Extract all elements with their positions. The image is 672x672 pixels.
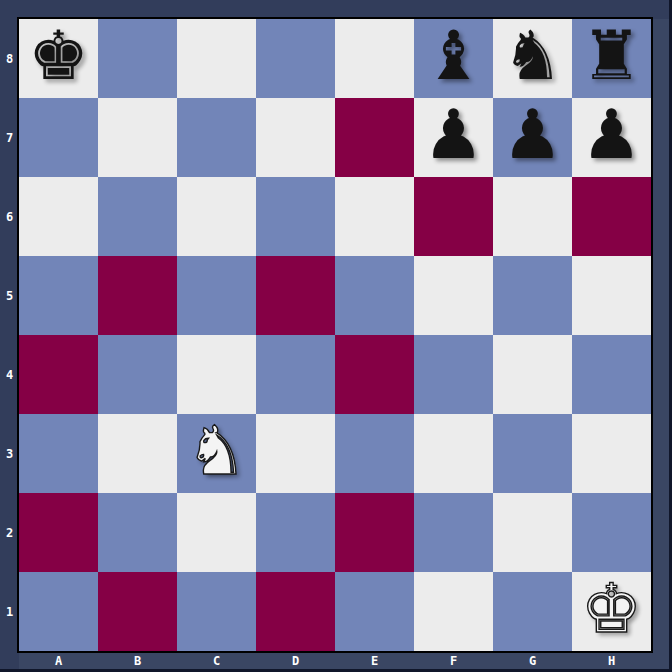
square-f4[interactable]: [414, 335, 493, 414]
square-g8[interactable]: ♞: [493, 19, 572, 98]
square-f8[interactable]: ♝: [414, 19, 493, 98]
square-d4[interactable]: [256, 335, 335, 414]
square-d7[interactable]: [256, 98, 335, 177]
square-h3[interactable]: [572, 414, 651, 493]
square-a3[interactable]: [19, 414, 98, 493]
square-f1[interactable]: [414, 572, 493, 651]
square-e1[interactable]: [335, 572, 414, 651]
chess-board: ♚♝♞♜♟♟♟♞♚: [19, 19, 651, 651]
square-g5[interactable]: [493, 256, 572, 335]
square-h2[interactable]: [572, 493, 651, 572]
square-f5[interactable]: [414, 256, 493, 335]
square-b5[interactable]: [98, 256, 177, 335]
square-c8[interactable]: [177, 19, 256, 98]
file-label-e: E: [335, 652, 414, 669]
square-b4[interactable]: [98, 335, 177, 414]
square-h6[interactable]: [572, 177, 651, 256]
square-c4[interactable]: [177, 335, 256, 414]
rank-label-2: 2: [0, 493, 19, 572]
square-e3[interactable]: [335, 414, 414, 493]
square-e4[interactable]: [335, 335, 414, 414]
square-f6[interactable]: [414, 177, 493, 256]
file-label-h: H: [572, 652, 651, 669]
rank-label-7: 7: [0, 98, 19, 177]
rank-label-8: 8: [0, 19, 19, 98]
square-e7[interactable]: [335, 98, 414, 177]
piece-black-king[interactable]: ♚: [28, 22, 89, 90]
piece-white-king[interactable]: ♚: [581, 575, 642, 643]
square-c1[interactable]: [177, 572, 256, 651]
piece-black-knight[interactable]: ♞: [502, 22, 563, 90]
square-c7[interactable]: [177, 98, 256, 177]
square-a6[interactable]: [19, 177, 98, 256]
square-c6[interactable]: [177, 177, 256, 256]
square-a2[interactable]: [19, 493, 98, 572]
square-a7[interactable]: [19, 98, 98, 177]
square-g7[interactable]: ♟: [493, 98, 572, 177]
square-b3[interactable]: [98, 414, 177, 493]
rank-label-1: 1: [0, 572, 19, 651]
square-d5[interactable]: [256, 256, 335, 335]
piece-black-bishop[interactable]: ♝: [423, 22, 484, 90]
square-c3[interactable]: ♞: [177, 414, 256, 493]
piece-black-pawn[interactable]: ♟: [423, 101, 484, 169]
square-e6[interactable]: [335, 177, 414, 256]
rank-label-4: 4: [0, 335, 19, 414]
square-d6[interactable]: [256, 177, 335, 256]
chess-board-frame: ♚♝♞♜♟♟♟♞♚ 87654321ABCDEFGH: [0, 0, 672, 672]
square-a8[interactable]: ♚: [19, 19, 98, 98]
square-b6[interactable]: [98, 177, 177, 256]
frame-gutter-top: [0, 0, 672, 19]
square-f2[interactable]: [414, 493, 493, 572]
square-a5[interactable]: [19, 256, 98, 335]
square-e8[interactable]: [335, 19, 414, 98]
rank-label-6: 6: [0, 177, 19, 256]
square-h7[interactable]: ♟: [572, 98, 651, 177]
square-b7[interactable]: [98, 98, 177, 177]
file-label-c: C: [177, 652, 256, 669]
square-b8[interactable]: [98, 19, 177, 98]
square-a1[interactable]: [19, 572, 98, 651]
square-h5[interactable]: [572, 256, 651, 335]
file-label-b: B: [98, 652, 177, 669]
square-d1[interactable]: [256, 572, 335, 651]
square-g4[interactable]: [493, 335, 572, 414]
square-g2[interactable]: [493, 493, 572, 572]
square-h8[interactable]: ♜: [572, 19, 651, 98]
square-g6[interactable]: [493, 177, 572, 256]
square-g1[interactable]: [493, 572, 572, 651]
file-label-d: D: [256, 652, 335, 669]
square-a4[interactable]: [19, 335, 98, 414]
square-c5[interactable]: [177, 256, 256, 335]
square-d2[interactable]: [256, 493, 335, 572]
piece-black-pawn[interactable]: ♟: [581, 101, 642, 169]
square-b1[interactable]: [98, 572, 177, 651]
square-c2[interactable]: [177, 493, 256, 572]
square-d3[interactable]: [256, 414, 335, 493]
square-b2[interactable]: [98, 493, 177, 572]
square-g3[interactable]: [493, 414, 572, 493]
square-e5[interactable]: [335, 256, 414, 335]
piece-black-rook[interactable]: ♜: [581, 22, 642, 90]
square-h4[interactable]: [572, 335, 651, 414]
piece-black-pawn[interactable]: ♟: [502, 101, 563, 169]
piece-white-knight[interactable]: ♞: [186, 417, 247, 485]
rank-label-3: 3: [0, 414, 19, 493]
file-label-g: G: [493, 652, 572, 669]
square-f7[interactable]: ♟: [414, 98, 493, 177]
file-label-f: F: [414, 652, 493, 669]
square-f3[interactable]: [414, 414, 493, 493]
rank-label-5: 5: [0, 256, 19, 335]
square-d8[interactable]: [256, 19, 335, 98]
square-e2[interactable]: [335, 493, 414, 572]
file-label-a: A: [19, 652, 98, 669]
square-h1[interactable]: ♚: [572, 572, 651, 651]
